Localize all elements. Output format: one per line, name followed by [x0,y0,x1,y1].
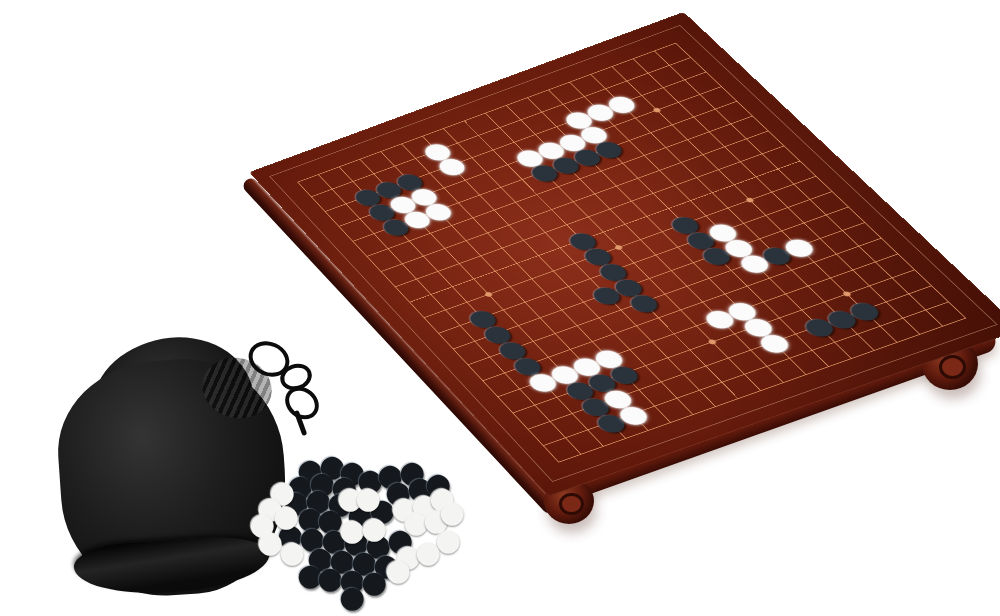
white-stone: ● [754,330,791,353]
pile-stone-white: ● [441,501,464,524]
scroll-curl-icon [559,493,584,516]
star-point [841,291,851,297]
board-grid: ●●●●●●●●●●●●●●●●●●●●●●●●●●●●●●●●●●●●●●●●… [297,43,966,463]
stone-bag [52,332,302,616]
star-point [707,339,717,345]
star-point [652,107,661,113]
pile-stone-black: ● [363,571,386,594]
star-point [744,197,754,203]
pile-stone-white: ● [417,541,440,564]
pile-stone-black: ● [341,586,364,609]
pile-stone-white: ● [281,541,304,564]
go-board: ●●●●●●●●●●●●●●●●●●●●●●●●●●●●●●●●●●●●●●●●… [249,12,1000,497]
scroll-curl-icon [939,355,966,380]
pile-stone-white: ● [357,487,380,510]
pile-stone-white: ● [363,517,386,540]
star-point [483,291,492,297]
pile-stone-white: ● [387,559,410,582]
black-stone: ● [624,291,660,314]
star-point [613,244,623,250]
product-photo-scene: ●●●●●●●●●●●●●●●●●●●●●●●●●●●●●●●●●●●●●●●●… [0,0,1000,616]
white-stone: ● [433,155,467,177]
